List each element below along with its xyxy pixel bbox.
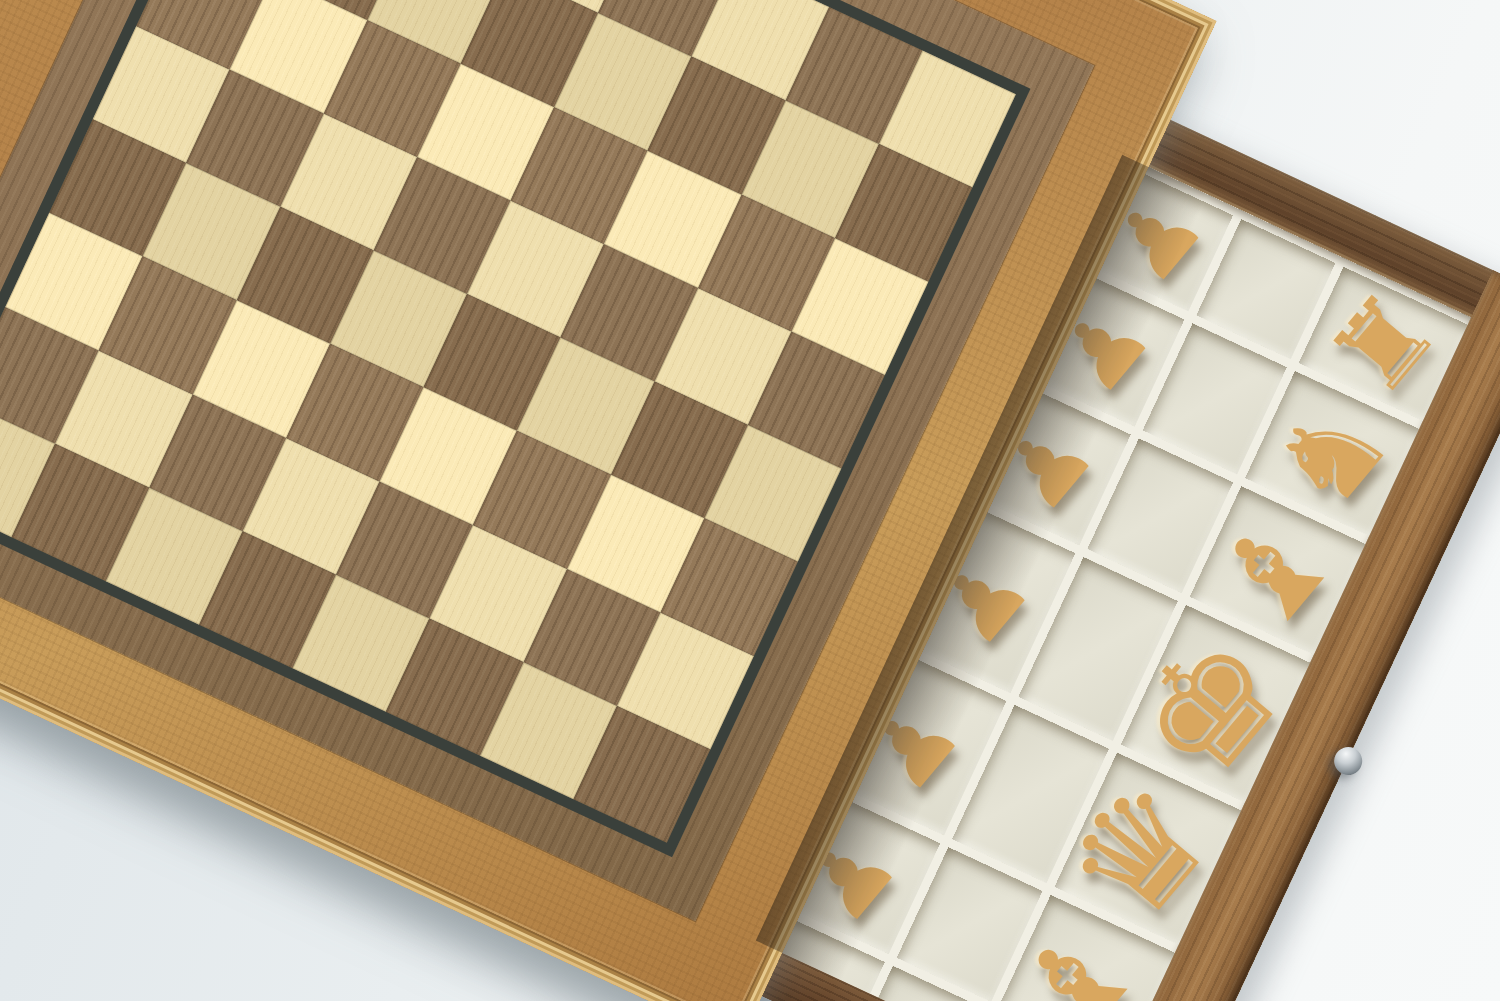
border-inlay-line xyxy=(0,0,1030,857)
board-squares xyxy=(0,0,1016,843)
photo-scene: ♟♜♟♞♟♝♟♚♟♛♟♝♟♞♟ xyxy=(0,0,1500,1001)
